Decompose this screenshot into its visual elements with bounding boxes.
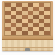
board-square bbox=[44, 11, 50, 15]
product-photo bbox=[0, 0, 55, 55]
board-grid bbox=[5, 3, 50, 35]
board-square bbox=[5, 27, 11, 31]
wooden-game-box bbox=[2, 1, 53, 51]
board-square bbox=[39, 27, 45, 31]
board-square bbox=[33, 15, 39, 19]
board-square bbox=[39, 3, 45, 7]
box-front-drawer bbox=[2, 40, 53, 51]
checkers-board bbox=[2, 1, 53, 40]
board-square bbox=[11, 23, 17, 27]
board-square bbox=[22, 31, 28, 35]
drawer-latch-icon bbox=[25, 48, 30, 51]
board-square bbox=[11, 11, 17, 15]
board-square bbox=[44, 31, 50, 35]
board-square bbox=[33, 7, 39, 11]
board-square bbox=[22, 19, 28, 23]
